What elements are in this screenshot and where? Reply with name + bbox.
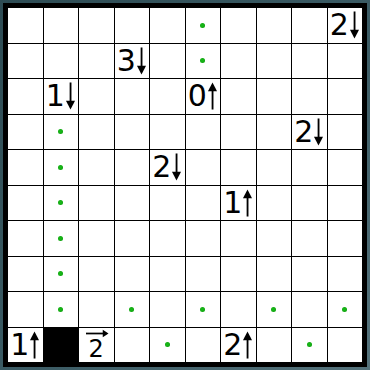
cell-r8c4[interactable] bbox=[115, 257, 150, 292]
arrow-down-icon bbox=[65, 82, 76, 110]
cell-r2c2[interactable] bbox=[44, 44, 79, 79]
cell-r10c6[interactable] bbox=[186, 328, 221, 363]
shaded-cell-r10c2[interactable] bbox=[44, 328, 79, 363]
cell-r8c3[interactable] bbox=[79, 257, 114, 292]
clue-r3c6: 0 bbox=[188, 82, 218, 110]
unshaded-mark-dot bbox=[200, 58, 205, 63]
unshaded-mark-dot bbox=[58, 236, 63, 241]
cell-r2c9[interactable] bbox=[292, 44, 327, 79]
clue-r1c10: 2 bbox=[330, 11, 360, 39]
cell-r5c10[interactable] bbox=[328, 150, 363, 185]
cell-r5c3[interactable] bbox=[79, 150, 114, 185]
cell-r4c2[interactable] bbox=[44, 115, 79, 150]
clue-number: 2 bbox=[330, 11, 349, 39]
cell-r7c3[interactable] bbox=[79, 221, 114, 256]
cell-r10c9[interactable] bbox=[292, 328, 327, 363]
cell-r3c6[interactable]: 0 bbox=[186, 79, 221, 114]
unshaded-mark-dot bbox=[342, 307, 347, 312]
cell-r1c3[interactable] bbox=[79, 8, 114, 43]
cell-r8c10[interactable] bbox=[328, 257, 363, 292]
unshaded-mark-dot bbox=[58, 200, 63, 205]
puzzle-board: 2310221122 bbox=[3, 3, 367, 367]
cell-r10c10[interactable] bbox=[328, 328, 363, 363]
cell-r10c8[interactable] bbox=[257, 328, 292, 363]
cell-r7c10[interactable] bbox=[328, 221, 363, 256]
cell-r8c2[interactable] bbox=[44, 257, 79, 292]
cell-r8c6[interactable] bbox=[186, 257, 221, 292]
arrow-down-icon bbox=[313, 118, 324, 146]
clue-number: 1 bbox=[10, 331, 29, 359]
cell-r10c4[interactable] bbox=[115, 328, 150, 363]
cell-r10c1[interactable]: 1 bbox=[8, 328, 43, 363]
cell-r8c8[interactable] bbox=[257, 257, 292, 292]
cell-r8c5[interactable] bbox=[150, 257, 185, 292]
cell-r6c5[interactable] bbox=[150, 186, 185, 221]
clue-r6c7: 1 bbox=[223, 189, 253, 217]
cell-r4c9[interactable]: 2 bbox=[292, 115, 327, 150]
cell-r9c5[interactable] bbox=[150, 292, 185, 327]
clue-number: 2 bbox=[152, 153, 171, 181]
cell-r1c1[interactable] bbox=[8, 8, 43, 43]
cell-r7c2[interactable] bbox=[44, 221, 79, 256]
cell-r2c7[interactable] bbox=[221, 44, 256, 79]
cell-r2c4[interactable]: 3 bbox=[115, 44, 150, 79]
cell-r9c4[interactable] bbox=[115, 292, 150, 327]
cell-r3c7[interactable] bbox=[221, 79, 256, 114]
arrow-down-icon bbox=[171, 153, 182, 181]
clue-number: 2 bbox=[223, 331, 242, 359]
cell-r9c9[interactable] bbox=[292, 292, 327, 327]
cell-r4c6[interactable] bbox=[186, 115, 221, 150]
unshaded-mark-dot bbox=[58, 129, 63, 134]
cell-r10c7[interactable]: 2 bbox=[221, 328, 256, 363]
cell-r6c4[interactable] bbox=[115, 186, 150, 221]
cell-r5c8[interactable] bbox=[257, 150, 292, 185]
clue-r2c4: 3 bbox=[117, 47, 147, 75]
cell-r9c1[interactable] bbox=[8, 292, 43, 327]
unshaded-mark-dot bbox=[200, 307, 205, 312]
unshaded-mark-dot bbox=[58, 271, 63, 276]
cell-r9c3[interactable] bbox=[79, 292, 114, 327]
clue-r5c5: 2 bbox=[152, 153, 182, 181]
cell-r6c6[interactable] bbox=[186, 186, 221, 221]
arrow-up-icon bbox=[29, 331, 40, 359]
arrow-down-icon bbox=[349, 11, 360, 39]
cell-r5c7[interactable] bbox=[221, 150, 256, 185]
cell-r3c4[interactable] bbox=[115, 79, 150, 114]
clue-number: 1 bbox=[223, 189, 242, 217]
arrow-down-icon bbox=[136, 47, 147, 75]
cell-r2c3[interactable] bbox=[79, 44, 114, 79]
unshaded-mark-dot bbox=[200, 23, 205, 28]
puzzle-stage: 2310221122 bbox=[0, 0, 370, 370]
cell-r2c10[interactable] bbox=[328, 44, 363, 79]
cell-r4c3[interactable] bbox=[79, 115, 114, 150]
cell-r5c1[interactable] bbox=[8, 150, 43, 185]
cell-r4c10[interactable] bbox=[328, 115, 363, 150]
cell-r6c1[interactable] bbox=[8, 186, 43, 221]
cell-r1c2[interactable] bbox=[44, 8, 79, 43]
cell-r3c8[interactable] bbox=[257, 79, 292, 114]
cell-r5c5[interactable]: 2 bbox=[150, 150, 185, 185]
cell-r1c8[interactable] bbox=[257, 8, 292, 43]
cell-r4c1[interactable] bbox=[8, 115, 43, 150]
cell-r5c4[interactable] bbox=[115, 150, 150, 185]
cell-r1c10[interactable]: 2 bbox=[328, 8, 363, 43]
cell-r2c5[interactable] bbox=[150, 44, 185, 79]
cell-r5c9[interactable] bbox=[292, 150, 327, 185]
cell-r8c9[interactable] bbox=[292, 257, 327, 292]
unshaded-mark-dot bbox=[58, 165, 63, 170]
clue-number: 1 bbox=[46, 82, 65, 110]
clue-r10c1: 1 bbox=[10, 331, 40, 359]
cell-r9c2[interactable] bbox=[44, 292, 79, 327]
cell-r8c1[interactable] bbox=[8, 257, 43, 292]
unshaded-mark-dot bbox=[58, 307, 63, 312]
cell-r1c7[interactable] bbox=[221, 8, 256, 43]
clue-r10c3: 2 bbox=[83, 329, 109, 360]
arrow-up-icon bbox=[207, 82, 218, 110]
clue-number: 2 bbox=[89, 339, 104, 360]
cell-r5c2[interactable] bbox=[44, 150, 79, 185]
clue-r3c2: 1 bbox=[46, 82, 76, 110]
cell-r10c5[interactable] bbox=[150, 328, 185, 363]
cell-r7c5[interactable] bbox=[150, 221, 185, 256]
cell-r7c7[interactable] bbox=[221, 221, 256, 256]
cell-r4c8[interactable] bbox=[257, 115, 292, 150]
unshaded-mark-dot bbox=[129, 307, 134, 312]
cell-r9c10[interactable] bbox=[328, 292, 363, 327]
cell-r9c7[interactable] bbox=[221, 292, 256, 327]
cell-r7c4[interactable] bbox=[115, 221, 150, 256]
clue-number: 2 bbox=[294, 118, 313, 146]
cell-r2c6[interactable] bbox=[186, 44, 221, 79]
cell-r1c6[interactable] bbox=[186, 8, 221, 43]
cell-r3c3[interactable] bbox=[79, 79, 114, 114]
cell-r7c1[interactable] bbox=[8, 221, 43, 256]
cell-r9c8[interactable] bbox=[257, 292, 292, 327]
cell-r6c3[interactable] bbox=[79, 186, 114, 221]
cell-r4c7[interactable] bbox=[221, 115, 256, 150]
cell-r6c10[interactable] bbox=[328, 186, 363, 221]
cell-r6c7[interactable]: 1 bbox=[221, 186, 256, 221]
cell-r3c9[interactable] bbox=[292, 79, 327, 114]
cell-r2c8[interactable] bbox=[257, 44, 292, 79]
cell-r3c2[interactable]: 1 bbox=[44, 79, 79, 114]
unshaded-mark-dot bbox=[307, 342, 312, 347]
cell-r2c1[interactable] bbox=[8, 44, 43, 79]
cell-r7c6[interactable] bbox=[186, 221, 221, 256]
cell-r4c4[interactable] bbox=[115, 115, 150, 150]
cell-r3c1[interactable] bbox=[8, 79, 43, 114]
arrow-up-icon bbox=[242, 331, 253, 359]
puzzle-grid: 2310221122 bbox=[8, 8, 362, 362]
cell-r6c8[interactable] bbox=[257, 186, 292, 221]
arrow-up-icon bbox=[242, 189, 253, 217]
unshaded-mark-dot bbox=[271, 307, 276, 312]
cell-r3c5[interactable] bbox=[150, 79, 185, 114]
cell-r1c4[interactable] bbox=[115, 8, 150, 43]
cell-r6c9[interactable] bbox=[292, 186, 327, 221]
cell-r4c5[interactable] bbox=[150, 115, 185, 150]
cell-r8c7[interactable] bbox=[221, 257, 256, 292]
cell-r10c3[interactable]: 2 bbox=[79, 328, 114, 363]
cell-r6c2[interactable] bbox=[44, 186, 79, 221]
clue-r10c7: 2 bbox=[223, 331, 253, 359]
clue-number: 3 bbox=[117, 47, 136, 75]
unshaded-mark-dot bbox=[165, 342, 170, 347]
cell-r7c9[interactable] bbox=[292, 221, 327, 256]
cell-r3c10[interactable] bbox=[328, 79, 363, 114]
cell-r1c9[interactable] bbox=[292, 8, 327, 43]
clue-r4c9: 2 bbox=[294, 118, 324, 146]
clue-number: 0 bbox=[188, 82, 207, 110]
cell-r1c5[interactable] bbox=[150, 8, 185, 43]
cell-r9c6[interactable] bbox=[186, 292, 221, 327]
cell-r7c8[interactable] bbox=[257, 221, 292, 256]
cell-r5c6[interactable] bbox=[186, 150, 221, 185]
